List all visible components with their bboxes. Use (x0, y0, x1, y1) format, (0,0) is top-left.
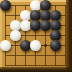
white-stone[interactable] (30, 40, 41, 51)
white-stone[interactable] (10, 20, 21, 31)
hoshi-star-point (44, 44, 47, 47)
black-stone[interactable] (40, 0, 51, 11)
black-stone[interactable] (30, 10, 41, 21)
black-stone[interactable] (50, 30, 61, 41)
grid-line-horizontal (5, 55, 66, 56)
white-stone[interactable] (20, 20, 31, 31)
black-stone[interactable] (40, 10, 51, 21)
black-stone[interactable] (50, 40, 61, 51)
black-stone[interactable] (30, 20, 41, 31)
black-stone[interactable] (0, 0, 11, 11)
go-board[interactable] (0, 0, 72, 72)
black-stone[interactable] (20, 40, 31, 51)
grid-line-horizontal (5, 65, 66, 66)
black-stone[interactable] (40, 20, 51, 31)
white-stone[interactable] (30, 0, 41, 11)
white-stone[interactable] (20, 10, 31, 21)
board-edge-right (66, 0, 72, 72)
white-stone[interactable] (0, 40, 11, 51)
white-stone[interactable] (10, 30, 21, 41)
board-rim-left (0, 0, 2, 72)
board-edge-bottom (0, 67, 72, 72)
black-stone[interactable] (50, 20, 61, 31)
black-stone[interactable] (50, 10, 61, 21)
